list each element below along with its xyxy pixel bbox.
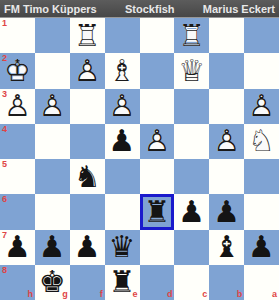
square-c4[interactable]: [174, 124, 209, 159]
square-b6[interactable]: ♟: [209, 194, 244, 229]
square-a3[interactable]: ♟♙: [244, 89, 279, 124]
rank-label-3: 3: [2, 90, 7, 99]
player-left-name: FM Timo Küppers: [4, 3, 97, 15]
square-h3[interactable]: 3♟♙: [0, 89, 35, 124]
square-b7[interactable]: ♝: [209, 230, 244, 265]
rank-label-4: 4: [2, 125, 7, 134]
square-a8[interactable]: a: [244, 265, 279, 300]
square-h6[interactable]: 6: [0, 194, 35, 229]
square-f1[interactable]: ♜♖: [70, 18, 105, 53]
file-label-f: f: [100, 290, 103, 299]
file-label-g: g: [62, 290, 68, 299]
square-f4[interactable]: [70, 124, 105, 159]
square-d5[interactable]: [140, 159, 175, 194]
square-a7[interactable]: ♟: [244, 230, 279, 265]
piece-white-rook: ♜♖: [70, 18, 105, 53]
rank-label-2: 2: [2, 54, 7, 63]
square-d4[interactable]: ♟♙: [140, 124, 175, 159]
square-g6[interactable]: [35, 194, 70, 229]
square-h1[interactable]: 1: [0, 18, 35, 53]
square-c1[interactable]: ♜♖: [174, 18, 209, 53]
square-e1[interactable]: [105, 18, 140, 53]
file-label-e: e: [132, 290, 137, 299]
piece-black-knight: ♞: [70, 159, 105, 194]
square-f2[interactable]: ♟♙: [70, 53, 105, 88]
piece-white-bishop: ♝♗: [105, 53, 140, 88]
square-f3[interactable]: [70, 89, 105, 124]
rank-label-7: 7: [2, 231, 7, 240]
square-b2[interactable]: [209, 53, 244, 88]
square-e7[interactable]: ♛: [105, 230, 140, 265]
piece-white-pawn: ♟♙: [35, 89, 70, 124]
piece-black-pawn: ♟: [35, 230, 70, 265]
piece-white-pawn: ♟♙: [140, 124, 175, 159]
file-label-c: c: [202, 290, 207, 299]
square-b3[interactable]: [209, 89, 244, 124]
file-label-b: b: [237, 290, 243, 299]
square-h7[interactable]: 7♟: [0, 230, 35, 265]
piece-black-pawn: ♟: [244, 230, 279, 265]
square-h4[interactable]: 4: [0, 124, 35, 159]
player-right-name: Marius Eckert: [203, 3, 275, 15]
square-b8[interactable]: b: [209, 265, 244, 300]
square-f5[interactable]: ♞: [70, 159, 105, 194]
square-a1[interactable]: [244, 18, 279, 53]
piece-black-pawn: ♟: [209, 194, 244, 229]
square-c3[interactable]: [174, 89, 209, 124]
rank-label-5: 5: [2, 160, 7, 169]
header-bar: FM Timo Küppers Stockfish Marius Eckert: [0, 0, 279, 18]
piece-white-pawn: ♟♙: [70, 53, 105, 88]
file-label-d: d: [167, 290, 173, 299]
square-e6[interactable]: [105, 194, 140, 229]
square-e2[interactable]: ♝♗: [105, 53, 140, 88]
square-e8[interactable]: e♜: [105, 265, 140, 300]
square-g4[interactable]: [35, 124, 70, 159]
square-c8[interactable]: c: [174, 265, 209, 300]
piece-black-bishop: ♝: [209, 230, 244, 265]
square-e5[interactable]: [105, 159, 140, 194]
square-a2[interactable]: [244, 53, 279, 88]
square-g1[interactable]: [35, 18, 70, 53]
square-g8[interactable]: g♚: [35, 265, 70, 300]
piece-black-queen: ♛: [105, 230, 140, 265]
square-h8[interactable]: 8h: [0, 265, 35, 300]
square-d2[interactable]: [140, 53, 175, 88]
square-a4[interactable]: ♞♘: [244, 124, 279, 159]
square-f8[interactable]: f: [70, 265, 105, 300]
chess-board: 1♜♖♜♖2♚♔♟♙♝♗♛♕3♟♙♟♙♟♙♟♙4♟♟♙♟♙♞♘5♞6♜♟♟7♟♟…: [0, 18, 279, 300]
square-h5[interactable]: 5: [0, 159, 35, 194]
square-d3[interactable]: [140, 89, 175, 124]
square-e3[interactable]: ♟♙: [105, 89, 140, 124]
square-f6[interactable]: [70, 194, 105, 229]
piece-white-rook: ♜♖: [174, 18, 209, 53]
square-g3[interactable]: ♟♙: [35, 89, 70, 124]
piece-black-pawn: ♟: [174, 194, 209, 229]
square-a5[interactable]: [244, 159, 279, 194]
piece-black-rook: ♜: [140, 194, 175, 229]
square-d1[interactable]: [140, 18, 175, 53]
square-d7[interactable]: [140, 230, 175, 265]
square-a6[interactable]: [244, 194, 279, 229]
square-g7[interactable]: ♟: [35, 230, 70, 265]
square-f7[interactable]: ♟: [70, 230, 105, 265]
square-c5[interactable]: [174, 159, 209, 194]
piece-white-queen: ♛♕: [174, 53, 209, 88]
file-label-a: a: [272, 290, 277, 299]
square-c2[interactable]: ♛♕: [174, 53, 209, 88]
square-e4[interactable]: ♟: [105, 124, 140, 159]
square-c6[interactable]: ♟: [174, 194, 209, 229]
rank-label-1: 1: [2, 19, 7, 28]
piece-black-pawn: ♟: [70, 230, 105, 265]
rank-label-8: 8: [2, 266, 7, 275]
square-h2[interactable]: 2♚♔: [0, 53, 35, 88]
file-label-h: h: [27, 290, 33, 299]
piece-white-pawn: ♟♙: [244, 89, 279, 124]
square-g2[interactable]: [35, 53, 70, 88]
square-g5[interactable]: [35, 159, 70, 194]
square-b1[interactable]: [209, 18, 244, 53]
piece-white-pawn: ♟♙: [105, 89, 140, 124]
piece-white-pawn: ♟♙: [209, 124, 244, 159]
square-b4[interactable]: ♟♙: [209, 124, 244, 159]
square-b5[interactable]: [209, 159, 244, 194]
rank-label-6: 6: [2, 195, 7, 204]
square-d6[interactable]: ♜: [140, 194, 175, 229]
engine-name: Stockfish: [125, 3, 175, 15]
square-c7[interactable]: [174, 230, 209, 265]
piece-white-knight: ♞♘: [244, 124, 279, 159]
piece-black-pawn: ♟: [105, 124, 140, 159]
square-d8[interactable]: d: [140, 265, 175, 300]
